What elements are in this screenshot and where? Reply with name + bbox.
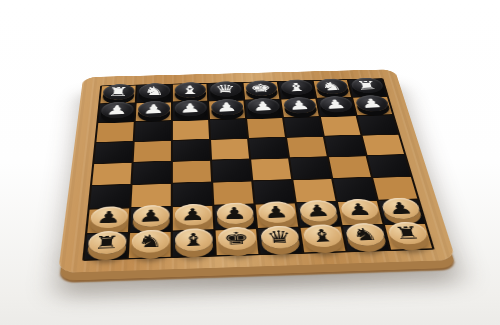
- piece-bR-h8: ♜: [350, 77, 385, 93]
- piece-bP-b7: ♟: [137, 101, 169, 118]
- square-c5: [173, 140, 210, 161]
- product-photo-scene: ♜♞♝♛♚♝♞♜♟♟♟♟♟♟♟♟♟♟♟♟♟♟♟♟♜♞♝♚♛♝♞♜: [0, 0, 500, 325]
- square-c8: ♝: [173, 84, 207, 102]
- square-c7: ♟: [173, 101, 208, 120]
- square-f4: [290, 157, 331, 179]
- piece-bP-e7: ♟: [246, 98, 280, 115]
- piece-wK-d1: ♚: [217, 227, 256, 251]
- piece-wR-h1: ♜: [386, 221, 429, 244]
- square-h5: [363, 135, 404, 155]
- piece-bP-a7: ♟: [100, 102, 133, 119]
- piece-wP-d2: ♟: [216, 202, 254, 224]
- piece-wP-f2: ♟: [298, 200, 338, 222]
- square-d5: [211, 139, 249, 160]
- square-e6: [247, 118, 285, 138]
- square-g6: [321, 116, 360, 135]
- square-e1: ♛: [258, 228, 302, 254]
- piece-wR-a1: ♜: [87, 231, 127, 255]
- square-g8: ♞: [314, 80, 351, 98]
- square-a6: [96, 122, 133, 142]
- square-g3: [333, 178, 376, 201]
- square-h8: ♜: [349, 79, 387, 97]
- square-f8: ♝: [279, 81, 316, 99]
- square-d1: ♚: [216, 229, 259, 255]
- square-g5: [325, 136, 366, 157]
- square-h6: [358, 115, 398, 134]
- square-b7: ♟: [136, 102, 171, 121]
- piece-wN-g1: ♞: [344, 223, 386, 246]
- square-g4: [329, 156, 371, 178]
- square-d3: [213, 182, 253, 205]
- square-d6: [210, 119, 247, 139]
- square-b5: [134, 141, 171, 162]
- piece-bP-h7: ♟: [354, 95, 390, 112]
- square-g1: ♞: [343, 225, 389, 251]
- square-c2: ♟: [173, 206, 213, 231]
- piece-wP-c2: ♟: [174, 204, 211, 226]
- square-a7: ♟: [98, 103, 134, 122]
- square-f6: [284, 117, 323, 137]
- square-b8: ♞: [137, 85, 171, 103]
- square-a5: [94, 142, 132, 163]
- square-g2: ♟: [338, 201, 383, 225]
- square-f3: [293, 179, 335, 202]
- square-h1: ♜: [385, 224, 432, 250]
- square-c6: [173, 120, 209, 140]
- piece-wP-a2: ♟: [89, 206, 127, 229]
- piece-bQ-d8: ♛: [210, 81, 242, 97]
- square-f5: [287, 137, 327, 158]
- square-h4: [368, 155, 411, 177]
- piece-bK-e8: ♚: [245, 80, 278, 96]
- square-e2: ♟: [256, 203, 299, 227]
- square-d2: ♟: [214, 205, 255, 229]
- square-c4: [173, 161, 211, 183]
- piece-bN-b8: ♞: [138, 83, 170, 99]
- piece-wN-b1: ♞: [131, 229, 169, 253]
- piece-wP-h2: ♟: [380, 197, 422, 219]
- square-e8: ♚: [243, 82, 279, 100]
- square-h7: ♟: [353, 97, 392, 115]
- square-a8: ♜: [100, 86, 135, 104]
- square-a1: ♜: [85, 233, 128, 259]
- piece-bB-f8: ♝: [280, 79, 313, 95]
- square-b4: [133, 162, 171, 184]
- piece-wP-e2: ♟: [257, 201, 296, 223]
- piece-wQ-e1: ♛: [259, 225, 299, 249]
- square-a2: ♟: [87, 208, 129, 233]
- square-h3: [373, 177, 417, 200]
- piece-bP-c7: ♟: [174, 100, 206, 117]
- square-b2: ♟: [130, 207, 171, 232]
- square-d4: [212, 160, 251, 182]
- square-h2: ♟: [379, 200, 425, 224]
- square-e7: ♟: [245, 100, 282, 119]
- square-f1: ♝: [301, 227, 346, 253]
- square-d8: ♛: [208, 83, 243, 101]
- piece-wP-g2: ♟: [339, 199, 380, 221]
- square-c3: [173, 183, 212, 206]
- piece-bP-d7: ♟: [210, 99, 243, 116]
- chess-board: ♜♞♝♛♚♝♞♜♟♟♟♟♟♟♟♟♟♟♟♟♟♟♟♟♜♞♝♚♛♝♞♜: [58, 69, 456, 273]
- piece-bB-c8: ♝: [174, 82, 205, 98]
- square-a4: [92, 163, 132, 185]
- piece-bP-g7: ♟: [318, 96, 353, 113]
- square-b3: [131, 184, 170, 207]
- piece-wB-f1: ♝: [302, 224, 343, 248]
- square-a3: [90, 185, 131, 208]
- square-b6: [135, 121, 171, 141]
- square-b1: ♞: [129, 232, 171, 258]
- piece-wP-b2: ♟: [132, 205, 169, 227]
- square-e4: [251, 158, 291, 180]
- square-f7: ♟: [281, 99, 319, 118]
- square-d7: ♟: [209, 101, 245, 120]
- square-f2: ♟: [297, 202, 341, 226]
- piece-bN-g8: ♞: [315, 78, 349, 94]
- piece-wB-c1: ♝: [175, 228, 213, 252]
- board-grid: ♜♞♝♛♚♝♞♜♟♟♟♟♟♟♟♟♟♟♟♟♟♟♟♟♜♞♝♚♛♝♞♜: [82, 78, 435, 261]
- square-g7: ♟: [317, 98, 355, 116]
- piece-bP-f7: ♟: [282, 97, 316, 114]
- square-e3: [253, 180, 294, 203]
- square-e5: [249, 138, 288, 159]
- square-c1: ♝: [173, 231, 215, 257]
- piece-bR-a8: ♜: [102, 84, 134, 100]
